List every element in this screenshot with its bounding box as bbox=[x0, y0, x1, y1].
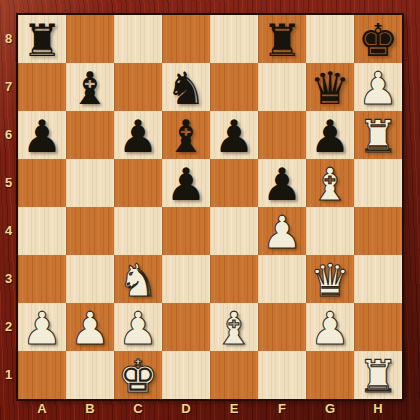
square-h3[interactable] bbox=[354, 255, 402, 303]
square-b1[interactable] bbox=[66, 351, 114, 399]
square-g3[interactable]: ♛ bbox=[306, 255, 354, 303]
piece-black-pawn[interactable]: ♟ bbox=[166, 162, 206, 207]
square-c2[interactable]: ♟ bbox=[114, 303, 162, 351]
file-label-g: G bbox=[306, 399, 354, 420]
rank-label-6: 6 bbox=[0, 111, 17, 159]
piece-white-queen[interactable]: ♛ bbox=[310, 258, 350, 303]
piece-white-rook[interactable]: ♜ bbox=[358, 114, 398, 159]
piece-white-pawn[interactable]: ♟ bbox=[310, 306, 350, 351]
chess-board[interactable]: ♜♜♚♝♞♛♟♟♟♝♟♟♜♟♟♝♟♞♛♟♟♟♝♟♚♜ bbox=[18, 15, 402, 399]
square-h1[interactable]: ♜ bbox=[354, 351, 402, 399]
piece-black-pawn[interactable]: ♟ bbox=[262, 162, 302, 207]
piece-white-pawn[interactable]: ♟ bbox=[118, 306, 158, 351]
square-g8[interactable] bbox=[306, 15, 354, 63]
square-e5[interactable] bbox=[210, 159, 258, 207]
piece-white-bishop[interactable]: ♝ bbox=[310, 162, 350, 207]
square-d4[interactable] bbox=[162, 207, 210, 255]
square-e1[interactable] bbox=[210, 351, 258, 399]
square-b8[interactable] bbox=[66, 15, 114, 63]
piece-black-bishop[interactable]: ♝ bbox=[70, 66, 110, 111]
piece-black-pawn[interactable]: ♟ bbox=[214, 114, 254, 159]
square-a2[interactable]: ♟ bbox=[18, 303, 66, 351]
file-label-f: F bbox=[258, 399, 306, 420]
square-a7[interactable] bbox=[18, 63, 66, 111]
square-c6[interactable]: ♟ bbox=[114, 111, 162, 159]
square-f5[interactable]: ♟ bbox=[258, 159, 306, 207]
square-a5[interactable] bbox=[18, 159, 66, 207]
square-d3[interactable] bbox=[162, 255, 210, 303]
square-g6[interactable]: ♟ bbox=[306, 111, 354, 159]
square-d1[interactable] bbox=[162, 351, 210, 399]
square-d6[interactable]: ♝ bbox=[162, 111, 210, 159]
square-e4[interactable] bbox=[210, 207, 258, 255]
square-b2[interactable]: ♟ bbox=[66, 303, 114, 351]
square-b3[interactable] bbox=[66, 255, 114, 303]
square-f4[interactable]: ♟ bbox=[258, 207, 306, 255]
piece-white-pawn[interactable]: ♟ bbox=[262, 210, 302, 255]
piece-black-pawn[interactable]: ♟ bbox=[310, 114, 350, 159]
square-a4[interactable] bbox=[18, 207, 66, 255]
piece-white-pawn[interactable]: ♟ bbox=[22, 306, 62, 351]
rank-label-5: 5 bbox=[0, 159, 17, 207]
square-e2[interactable]: ♝ bbox=[210, 303, 258, 351]
piece-black-knight[interactable]: ♞ bbox=[166, 66, 206, 111]
square-b5[interactable] bbox=[66, 159, 114, 207]
square-b4[interactable] bbox=[66, 207, 114, 255]
rank-label-8: 8 bbox=[0, 15, 17, 63]
square-h6[interactable]: ♜ bbox=[354, 111, 402, 159]
square-h2[interactable] bbox=[354, 303, 402, 351]
square-a3[interactable] bbox=[18, 255, 66, 303]
square-f2[interactable] bbox=[258, 303, 306, 351]
square-c5[interactable] bbox=[114, 159, 162, 207]
square-e8[interactable] bbox=[210, 15, 258, 63]
file-label-d: D bbox=[162, 399, 210, 420]
file-label-c: C bbox=[114, 399, 162, 420]
piece-black-queen[interactable]: ♛ bbox=[310, 66, 350, 111]
rank-label-3: 3 bbox=[0, 255, 17, 303]
piece-white-knight[interactable]: ♞ bbox=[118, 258, 158, 303]
piece-white-pawn[interactable]: ♟ bbox=[358, 66, 398, 111]
square-a8[interactable]: ♜ bbox=[18, 15, 66, 63]
square-f7[interactable] bbox=[258, 63, 306, 111]
rank-label-4: 4 bbox=[0, 207, 17, 255]
square-c7[interactable] bbox=[114, 63, 162, 111]
square-g7[interactable]: ♛ bbox=[306, 63, 354, 111]
square-e6[interactable]: ♟ bbox=[210, 111, 258, 159]
piece-black-rook[interactable]: ♜ bbox=[22, 18, 62, 63]
piece-black-pawn[interactable]: ♟ bbox=[118, 114, 158, 159]
rank-label-2: 2 bbox=[0, 303, 17, 351]
square-b6[interactable] bbox=[66, 111, 114, 159]
square-c1[interactable]: ♚ bbox=[114, 351, 162, 399]
file-label-b: B bbox=[66, 399, 114, 420]
square-d8[interactable] bbox=[162, 15, 210, 63]
square-c3[interactable]: ♞ bbox=[114, 255, 162, 303]
file-label-a: A bbox=[18, 399, 66, 420]
square-f3[interactable] bbox=[258, 255, 306, 303]
square-f1[interactable] bbox=[258, 351, 306, 399]
piece-white-king[interactable]: ♚ bbox=[118, 354, 158, 399]
file-label-h: H bbox=[354, 399, 402, 420]
piece-black-pawn[interactable]: ♟ bbox=[22, 114, 62, 159]
square-f8[interactable]: ♜ bbox=[258, 15, 306, 63]
square-a1[interactable] bbox=[18, 351, 66, 399]
square-d2[interactable] bbox=[162, 303, 210, 351]
square-h8[interactable]: ♚ bbox=[354, 15, 402, 63]
square-g1[interactable] bbox=[306, 351, 354, 399]
square-b7[interactable]: ♝ bbox=[66, 63, 114, 111]
square-d7[interactable]: ♞ bbox=[162, 63, 210, 111]
square-f6[interactable] bbox=[258, 111, 306, 159]
square-h7[interactable]: ♟ bbox=[354, 63, 402, 111]
piece-white-pawn[interactable]: ♟ bbox=[70, 306, 110, 351]
square-e3[interactable] bbox=[210, 255, 258, 303]
square-g5[interactable]: ♝ bbox=[306, 159, 354, 207]
rank-label-7: 7 bbox=[0, 63, 17, 111]
piece-black-rook[interactable]: ♜ bbox=[262, 18, 302, 63]
rank-label-1: 1 bbox=[0, 351, 17, 399]
square-d5[interactable]: ♟ bbox=[162, 159, 210, 207]
square-a6[interactable]: ♟ bbox=[18, 111, 66, 159]
square-h4[interactable] bbox=[354, 207, 402, 255]
file-label-e: E bbox=[210, 399, 258, 420]
piece-white-rook[interactable]: ♜ bbox=[358, 354, 398, 399]
square-c4[interactable] bbox=[114, 207, 162, 255]
board-frame: ♜♜♚♝♞♛♟♟♟♝♟♟♜♟♟♝♟♞♛♟♟♟♝♟♚♜ 87654321 ABCD… bbox=[0, 0, 420, 420]
square-e7[interactable] bbox=[210, 63, 258, 111]
square-g2[interactable]: ♟ bbox=[306, 303, 354, 351]
piece-black-king[interactable]: ♚ bbox=[358, 18, 398, 63]
piece-black-bishop[interactable]: ♝ bbox=[166, 114, 206, 159]
square-g4[interactable] bbox=[306, 207, 354, 255]
square-c8[interactable] bbox=[114, 15, 162, 63]
piece-white-bishop[interactable]: ♝ bbox=[214, 306, 254, 351]
square-h5[interactable] bbox=[354, 159, 402, 207]
